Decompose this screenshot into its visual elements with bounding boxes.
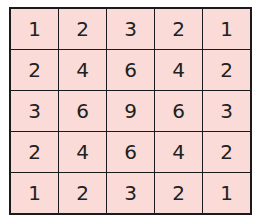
grid-cell-r1-c3: 3 — [107, 9, 154, 49]
grid-cell-r1-c5: 1 — [203, 9, 250, 49]
number-grid: 1232124642369632464212321 — [9, 7, 252, 215]
grid-cell-r4-c2: 4 — [59, 132, 106, 172]
grid-cell-r1-c4: 2 — [155, 9, 202, 49]
grid-cell-r4-c3: 6 — [107, 132, 154, 172]
grid-cell-r3-c3: 9 — [107, 91, 154, 131]
grid-cell-r5-c4: 2 — [155, 173, 202, 213]
grid-cell-r3-c5: 3 — [203, 91, 250, 131]
grid-cell-r1-c1: 1 — [11, 9, 58, 49]
grid-cell-r2-c3: 6 — [107, 50, 154, 90]
grid-cell-r3-c4: 6 — [155, 91, 202, 131]
grid-cell-r4-c4: 4 — [155, 132, 202, 172]
grid-cell-r3-c2: 6 — [59, 91, 106, 131]
grid-cell-r5-c3: 3 — [107, 173, 154, 213]
grid-cell-r2-c2: 4 — [59, 50, 106, 90]
grid-cell-r2-c5: 2 — [203, 50, 250, 90]
grid-cell-r4-c1: 2 — [11, 132, 58, 172]
grid-cell-r5-c1: 1 — [11, 173, 58, 213]
grid-cell-r2-c1: 2 — [11, 50, 58, 90]
grid-cell-r5-c2: 2 — [59, 173, 106, 213]
grid-cell-r5-c5: 1 — [203, 173, 250, 213]
grid-cell-r3-c1: 3 — [11, 91, 58, 131]
grid-cell-r4-c5: 2 — [203, 132, 250, 172]
grid-cell-r1-c2: 2 — [59, 9, 106, 49]
grid-cell-r2-c4: 4 — [155, 50, 202, 90]
